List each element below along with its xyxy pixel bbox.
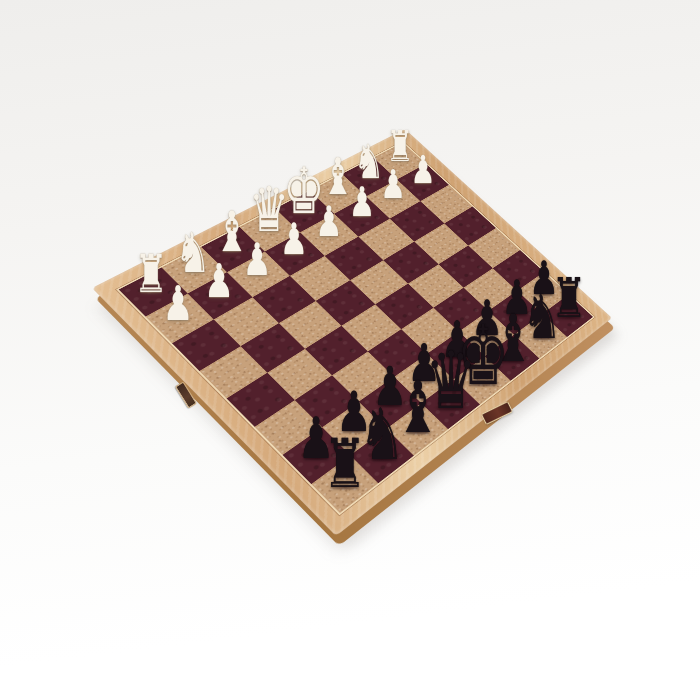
white-pawn-f2[interactable]: ♟ xyxy=(349,182,375,223)
white-pawn-b2[interactable]: ♟ xyxy=(204,258,234,304)
white-pawn-h2[interactable]: ♟ xyxy=(411,150,436,189)
white-pawn-d2[interactable]: ♟ xyxy=(280,218,308,262)
black-rook-a8[interactable]: ♜ xyxy=(323,431,367,499)
white-pawn-g2[interactable]: ♟ xyxy=(380,166,406,206)
white-pawn-e2[interactable]: ♟ xyxy=(315,200,342,242)
chess-set-photo: ♜♞♝♛♚♝♞♜♟♟♟♟♟♟♟♟♟♟♟♟♟♟♟♟♜♞♝♛♚♝♞♜ xyxy=(0,0,700,700)
white-pawn-c2[interactable]: ♟ xyxy=(243,237,272,282)
white-pawn-a2[interactable]: ♟ xyxy=(162,279,193,327)
